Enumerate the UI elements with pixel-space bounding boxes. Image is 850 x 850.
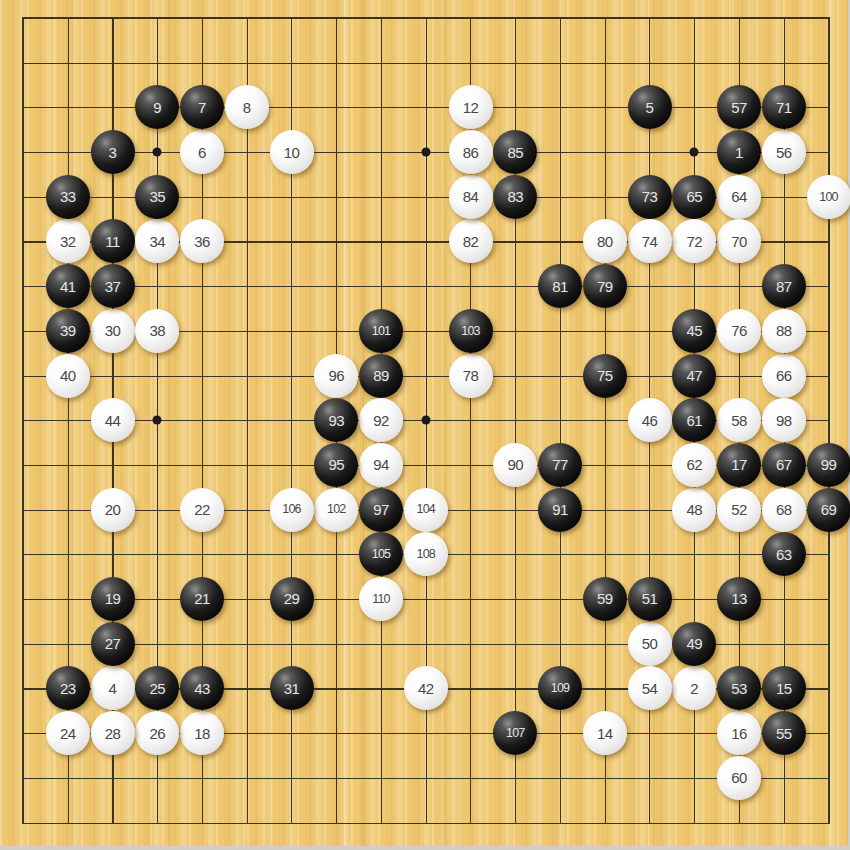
move-number: 62	[686, 457, 702, 472]
move-number: 21	[194, 591, 210, 606]
move-number: 13	[731, 591, 747, 606]
move-number: 42	[418, 681, 434, 696]
move-number: 55	[776, 726, 792, 741]
black-stone: 25	[135, 666, 179, 710]
white-stone: 18	[180, 711, 224, 755]
white-stone: 8	[225, 85, 269, 129]
white-stone: 88	[762, 309, 806, 353]
black-stone: 1	[717, 130, 761, 174]
move-number: 10	[284, 145, 300, 160]
move-number: 103	[461, 325, 479, 338]
move-number: 68	[776, 502, 792, 517]
white-stone: 110	[359, 577, 403, 621]
move-number: 75	[597, 368, 613, 383]
move-number: 61	[686, 413, 702, 428]
white-stone: 68	[762, 488, 806, 532]
move-number: 24	[60, 726, 76, 741]
black-stone: 19	[91, 577, 135, 621]
black-stone: 63	[762, 532, 806, 576]
move-number: 102	[327, 503, 345, 516]
black-stone: 33	[46, 175, 90, 219]
white-stone: 32	[46, 219, 90, 263]
black-stone: 35	[135, 175, 179, 219]
move-number: 67	[776, 457, 792, 472]
move-number: 105	[372, 548, 390, 561]
move-number: 53	[731, 681, 747, 696]
white-stone: 30	[91, 309, 135, 353]
black-stone: 109	[538, 666, 582, 710]
move-number: 74	[642, 234, 658, 249]
black-stone: 61	[672, 398, 716, 442]
move-number: 44	[105, 413, 121, 428]
move-number: 84	[463, 189, 479, 204]
white-stone: 26	[135, 711, 179, 755]
move-number: 49	[686, 636, 702, 651]
black-stone: 23	[46, 666, 90, 710]
move-number: 18	[194, 726, 210, 741]
white-stone: 40	[46, 354, 90, 398]
move-number: 76	[731, 323, 747, 338]
white-stone: 38	[135, 309, 179, 353]
white-stone: 74	[628, 219, 672, 263]
white-stone: 106	[270, 488, 314, 532]
white-stone: 12	[449, 85, 493, 129]
white-stone: 10	[270, 130, 314, 174]
white-stone: 28	[91, 711, 135, 755]
move-number: 94	[373, 457, 389, 472]
black-stone: 59	[583, 577, 627, 621]
move-number: 11	[105, 234, 120, 249]
move-number: 89	[373, 368, 389, 383]
white-stone: 86	[449, 130, 493, 174]
black-stone: 29	[270, 577, 314, 621]
move-number: 16	[731, 726, 747, 741]
move-number: 52	[731, 502, 747, 517]
black-stone: 101	[359, 309, 403, 353]
move-number: 51	[642, 591, 658, 606]
move-number: 101	[372, 325, 390, 338]
move-number: 72	[686, 234, 702, 249]
move-number: 95	[328, 457, 344, 472]
move-number: 98	[776, 413, 792, 428]
move-number: 8	[243, 100, 251, 115]
move-number: 60	[731, 770, 747, 785]
move-number: 59	[597, 591, 613, 606]
move-number: 45	[686, 323, 702, 338]
stones-grid: 1234567891011121314151617181920212223242…	[1, 0, 850, 845]
black-stone: 3	[91, 130, 135, 174]
white-stone: 102	[314, 488, 358, 532]
black-stone: 85	[493, 130, 537, 174]
black-stone: 95	[314, 443, 358, 487]
white-stone: 76	[717, 309, 761, 353]
black-stone: 91	[538, 488, 582, 532]
black-stone: 11	[91, 219, 135, 263]
move-number: 100	[819, 191, 837, 204]
white-stone: 4	[91, 666, 135, 710]
move-number: 35	[149, 189, 165, 204]
move-number: 63	[776, 547, 792, 562]
white-stone: 14	[583, 711, 627, 755]
white-stone: 52	[717, 488, 761, 532]
move-number: 29	[284, 591, 300, 606]
white-stone: 96	[314, 354, 358, 398]
white-stone: 46	[628, 398, 672, 442]
move-number: 34	[149, 234, 165, 249]
white-stone: 54	[628, 666, 672, 710]
move-number: 9	[153, 100, 161, 115]
white-stone: 6	[180, 130, 224, 174]
move-number: 4	[109, 681, 117, 696]
black-stone: 9	[135, 85, 179, 129]
black-stone: 37	[91, 264, 135, 308]
move-number: 32	[60, 234, 76, 249]
black-stone: 71	[762, 85, 806, 129]
move-number: 71	[776, 100, 792, 115]
black-stone: 69	[807, 488, 850, 532]
move-number: 3	[109, 145, 117, 160]
black-stone: 107	[493, 711, 537, 755]
white-stone: 70	[717, 219, 761, 263]
move-number: 77	[552, 457, 568, 472]
black-stone: 83	[493, 175, 537, 219]
move-number: 83	[507, 189, 523, 204]
move-number: 7	[198, 100, 206, 115]
white-stone: 90	[493, 443, 537, 487]
move-number: 58	[731, 413, 747, 428]
white-stone: 80	[583, 219, 627, 263]
move-number: 82	[463, 234, 479, 249]
black-stone: 17	[717, 443, 761, 487]
move-number: 80	[597, 234, 613, 249]
black-stone: 103	[449, 309, 493, 353]
white-stone: 92	[359, 398, 403, 442]
white-stone: 78	[449, 354, 493, 398]
move-number: 43	[194, 681, 210, 696]
move-number: 90	[507, 457, 523, 472]
black-stone: 97	[359, 488, 403, 532]
black-stone: 27	[91, 622, 135, 666]
move-number: 27	[105, 636, 121, 651]
move-number: 15	[776, 681, 792, 696]
black-stone: 105	[359, 532, 403, 576]
black-stone: 21	[180, 577, 224, 621]
move-number: 66	[776, 368, 792, 383]
move-number: 36	[194, 234, 210, 249]
move-number: 109	[551, 682, 569, 695]
white-stone: 104	[404, 488, 448, 532]
move-number: 47	[686, 368, 702, 383]
go-board[interactable]: 1234567891011121314151617181920212223242…	[0, 0, 850, 850]
move-number: 17	[731, 457, 747, 472]
move-number: 91	[552, 502, 568, 517]
move-number: 73	[642, 189, 658, 204]
move-number: 96	[328, 368, 344, 383]
white-stone: 34	[135, 219, 179, 263]
move-number: 92	[373, 413, 389, 428]
white-stone: 36	[180, 219, 224, 263]
move-number: 1	[735, 145, 743, 160]
white-stone: 22	[180, 488, 224, 532]
move-number: 88	[776, 323, 792, 338]
move-number: 22	[194, 502, 210, 517]
black-stone: 67	[762, 443, 806, 487]
white-stone: 16	[717, 711, 761, 755]
black-stone: 5	[628, 85, 672, 129]
black-stone: 57	[717, 85, 761, 129]
white-stone: 82	[449, 219, 493, 263]
move-number: 23	[60, 681, 76, 696]
move-number: 37	[105, 279, 121, 294]
white-stone: 60	[717, 756, 761, 800]
black-stone: 13	[717, 577, 761, 621]
white-stone: 108	[404, 532, 448, 576]
white-stone: 58	[717, 398, 761, 442]
black-stone: 7	[180, 85, 224, 129]
white-stone: 62	[672, 443, 716, 487]
move-number: 31	[284, 681, 300, 696]
black-stone: 73	[628, 175, 672, 219]
move-number: 64	[731, 189, 747, 204]
white-stone: 20	[91, 488, 135, 532]
white-stone: 56	[762, 130, 806, 174]
move-number: 65	[686, 189, 702, 204]
move-number: 79	[597, 279, 613, 294]
move-number: 6	[198, 145, 206, 160]
black-stone: 81	[538, 264, 582, 308]
move-number: 48	[686, 502, 702, 517]
move-number: 28	[105, 726, 121, 741]
move-number: 108	[417, 548, 435, 561]
black-stone: 89	[359, 354, 403, 398]
black-stone: 75	[583, 354, 627, 398]
move-number: 38	[149, 323, 165, 338]
white-stone: 100	[807, 175, 850, 219]
move-number: 50	[642, 636, 658, 651]
white-stone: 42	[404, 666, 448, 710]
move-number: 78	[463, 368, 479, 383]
go-kifu-screenshot: 1234567891011121314151617181920212223242…	[0, 0, 850, 850]
move-number: 87	[776, 279, 792, 294]
move-number: 40	[60, 368, 76, 383]
move-number: 57	[731, 100, 747, 115]
move-number: 70	[731, 234, 747, 249]
move-number: 93	[328, 413, 344, 428]
white-stone: 44	[91, 398, 135, 442]
white-stone: 66	[762, 354, 806, 398]
move-number: 5	[646, 100, 654, 115]
white-stone: 48	[672, 488, 716, 532]
window-edge-bottom	[0, 846, 850, 850]
move-number: 2	[690, 681, 698, 696]
white-stone: 50	[628, 622, 672, 666]
black-stone: 79	[583, 264, 627, 308]
move-number: 97	[373, 502, 389, 517]
move-number: 110	[372, 593, 390, 606]
black-stone: 51	[628, 577, 672, 621]
black-stone: 53	[717, 666, 761, 710]
black-stone: 31	[270, 666, 314, 710]
move-number: 20	[105, 502, 121, 517]
move-number: 30	[105, 323, 121, 338]
move-number: 85	[507, 145, 523, 160]
white-stone: 64	[717, 175, 761, 219]
move-number: 86	[463, 145, 479, 160]
move-number: 56	[776, 145, 792, 160]
white-stone: 2	[672, 666, 716, 710]
move-number: 12	[463, 100, 479, 115]
move-number: 33	[60, 189, 76, 204]
move-number: 46	[642, 413, 658, 428]
move-number: 99	[821, 457, 837, 472]
black-stone: 41	[46, 264, 90, 308]
move-number: 14	[597, 726, 613, 741]
black-stone: 93	[314, 398, 358, 442]
black-stone: 45	[672, 309, 716, 353]
move-number: 69	[821, 502, 837, 517]
black-stone: 47	[672, 354, 716, 398]
move-number: 54	[642, 681, 658, 696]
black-stone: 99	[807, 443, 850, 487]
white-stone: 84	[449, 175, 493, 219]
black-stone: 55	[762, 711, 806, 755]
white-stone: 98	[762, 398, 806, 442]
move-number: 19	[105, 591, 121, 606]
white-stone: 72	[672, 219, 716, 263]
black-stone: 49	[672, 622, 716, 666]
move-number: 104	[417, 503, 435, 516]
move-number: 81	[552, 279, 568, 294]
black-stone: 39	[46, 309, 90, 353]
black-stone: 43	[180, 666, 224, 710]
black-stone: 15	[762, 666, 806, 710]
move-number: 107	[506, 727, 524, 740]
white-stone: 24	[46, 711, 90, 755]
white-stone: 94	[359, 443, 403, 487]
black-stone: 87	[762, 264, 806, 308]
move-number: 26	[149, 726, 165, 741]
black-stone: 65	[672, 175, 716, 219]
move-number: 25	[149, 681, 165, 696]
black-stone: 77	[538, 443, 582, 487]
move-number: 106	[282, 503, 300, 516]
move-number: 41	[60, 279, 76, 294]
move-number: 39	[60, 323, 76, 338]
